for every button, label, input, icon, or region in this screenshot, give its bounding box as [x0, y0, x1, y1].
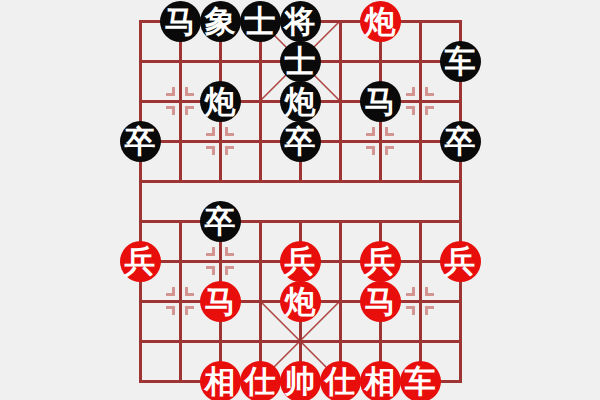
piece-glyph: 士 [245, 6, 276, 37]
point-marker-corner [225, 146, 234, 155]
piece-glyph: 兵 [365, 246, 396, 277]
piece-glyph: 炮 [285, 86, 316, 117]
piece-glyph: 将 [285, 6, 316, 37]
point-marker-corner [166, 306, 175, 315]
piece-black-cannon[interactable]: 炮 [280, 81, 321, 122]
grid-line [419, 20, 422, 183]
point-marker-corner [225, 266, 234, 275]
grid-line [259, 220, 262, 383]
point-marker-corner [166, 287, 175, 296]
point-marker-corner [225, 127, 234, 136]
piece-glyph: 马 [205, 286, 236, 317]
piece-red-advisor[interactable]: 仕 [320, 361, 361, 400]
piece-glyph: 卒 [285, 126, 316, 157]
point-marker-corner [406, 106, 415, 115]
point-marker-corner [185, 87, 194, 96]
piece-glyph: 象 [205, 6, 236, 37]
piece-black-advisor[interactable]: 士 [280, 41, 321, 82]
grid-line [339, 220, 342, 383]
piece-black-chariot[interactable]: 车 [440, 41, 481, 82]
grid-line [259, 20, 262, 183]
point-marker-corner [406, 306, 415, 315]
grid-line [179, 220, 182, 383]
piece-red-cannon[interactable]: 炮 [360, 1, 401, 42]
piece-glyph: 兵 [285, 246, 316, 277]
piece-glyph: 相 [205, 366, 236, 397]
point-marker-corner [406, 287, 415, 296]
point-marker-corner [425, 287, 434, 296]
point-marker-corner [366, 127, 375, 136]
piece-glyph: 士 [285, 46, 316, 77]
piece-red-horse[interactable]: 马 [200, 281, 241, 322]
point-marker-corner [206, 247, 215, 256]
point-marker-corner [185, 287, 194, 296]
point-marker-corner [185, 106, 194, 115]
point-marker-corner [206, 146, 215, 155]
piece-red-general[interactable]: 帅 [280, 361, 321, 400]
piece-glyph: 炮 [205, 86, 236, 117]
piece-glyph: 车 [445, 46, 476, 77]
piece-glyph: 仕 [325, 366, 356, 397]
piece-black-general[interactable]: 将 [280, 1, 321, 42]
piece-black-soldier[interactable]: 卒 [280, 121, 321, 162]
point-marker-corner [206, 266, 215, 275]
point-marker-corner [206, 127, 215, 136]
piece-glyph: 马 [365, 286, 396, 317]
piece-black-advisor[interactable]: 士 [240, 1, 281, 42]
piece-glyph: 兵 [125, 246, 156, 277]
grid-line [419, 220, 422, 383]
piece-red-soldier[interactable]: 兵 [280, 241, 321, 282]
point-marker-corner [425, 106, 434, 115]
piece-red-soldier[interactable]: 兵 [120, 241, 161, 282]
piece-red-cannon[interactable]: 炮 [280, 281, 321, 322]
piece-glyph: 马 [165, 6, 196, 37]
piece-glyph: 卒 [205, 206, 236, 237]
point-marker-corner [185, 306, 194, 315]
point-marker-corner [406, 87, 415, 96]
piece-red-advisor[interactable]: 仕 [240, 361, 281, 400]
piece-black-soldier[interactable]: 卒 [120, 121, 161, 162]
point-marker-corner [166, 106, 175, 115]
piece-red-chariot[interactable]: 车 [400, 361, 441, 400]
piece-glyph: 仕 [245, 366, 276, 397]
grid-line [179, 20, 182, 183]
piece-glyph: 相 [365, 366, 396, 397]
piece-red-elephant[interactable]: 相 [200, 361, 241, 400]
piece-glyph: 兵 [445, 246, 476, 277]
point-marker-corner [425, 306, 434, 315]
piece-red-soldier[interactable]: 兵 [360, 241, 401, 282]
piece-glyph: 车 [405, 366, 436, 397]
piece-glyph: 帅 [285, 366, 316, 397]
point-marker-corner [425, 87, 434, 96]
piece-black-elephant[interactable]: 象 [200, 1, 241, 42]
piece-black-soldier[interactable]: 卒 [440, 121, 481, 162]
piece-red-horse[interactable]: 马 [360, 281, 401, 322]
piece-black-cannon[interactable]: 炮 [200, 81, 241, 122]
piece-red-soldier[interactable]: 兵 [440, 241, 481, 282]
grid-line [139, 20, 142, 383]
point-marker-corner [366, 146, 375, 155]
piece-black-soldier[interactable]: 卒 [200, 201, 241, 242]
grid-line [339, 20, 342, 183]
xiangqi-board: 马象士将炮士车炮炮马卒卒卒卒兵兵兵兵马炮马相仕帅仕相车 [0, 0, 600, 400]
piece-black-horse[interactable]: 马 [360, 81, 401, 122]
point-marker-corner [166, 87, 175, 96]
piece-black-horse[interactable]: 马 [160, 1, 201, 42]
point-marker-corner [385, 146, 394, 155]
piece-glyph: 卒 [125, 126, 156, 157]
piece-glyph: 炮 [285, 286, 316, 317]
piece-glyph: 炮 [365, 6, 396, 37]
piece-glyph: 马 [365, 86, 396, 117]
piece-glyph: 卒 [445, 126, 476, 157]
piece-red-elephant[interactable]: 相 [360, 361, 401, 400]
point-marker-corner [385, 127, 394, 136]
point-marker-corner [225, 247, 234, 256]
